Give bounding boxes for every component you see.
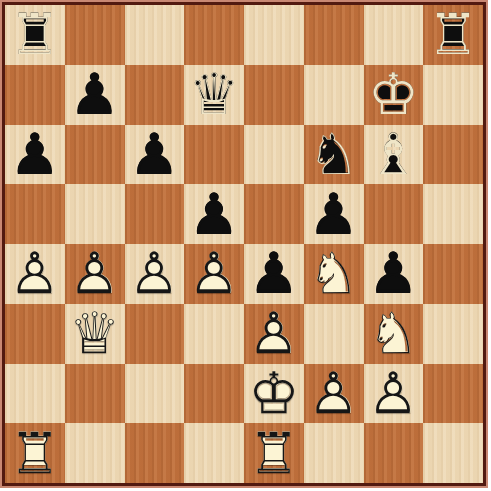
square-d1[interactable]: [184, 423, 244, 483]
square-d8[interactable]: [184, 5, 244, 65]
square-g6[interactable]: ♝♗: [364, 125, 424, 185]
square-b3[interactable]: ♛♕: [65, 304, 125, 364]
square-g3[interactable]: ♞♘: [364, 304, 424, 364]
square-g4[interactable]: ♟♙: [364, 244, 424, 304]
square-e2[interactable]: ♚♔: [244, 364, 304, 424]
square-g7[interactable]: ♚♔: [364, 65, 424, 125]
piece-glyph-line: ♙: [5, 125, 65, 185]
piece-glyph-line: ♖: [5, 423, 65, 483]
piece-white-pawn[interactable]: ♟♙: [65, 244, 125, 304]
square-c8[interactable]: [125, 5, 185, 65]
square-h6[interactable]: [423, 125, 483, 185]
piece-white-king[interactable]: ♚♔: [244, 364, 304, 424]
piece-glyph-line: ♖: [244, 423, 304, 483]
square-d5[interactable]: ♟♙: [184, 184, 244, 244]
square-h4[interactable]: [423, 244, 483, 304]
square-d6[interactable]: [184, 125, 244, 185]
piece-black-king[interactable]: ♚♔: [364, 65, 424, 125]
piece-glyph-line: ♔: [244, 364, 304, 424]
piece-glyph-line: ♙: [364, 244, 424, 304]
piece-glyph-line: ♙: [244, 304, 304, 364]
square-e8[interactable]: [244, 5, 304, 65]
piece-glyph-line: ♙: [65, 244, 125, 304]
square-a7[interactable]: [5, 65, 65, 125]
square-h1[interactable]: [423, 423, 483, 483]
square-h3[interactable]: [423, 304, 483, 364]
square-f6[interactable]: ♞♘: [304, 125, 364, 185]
square-d3[interactable]: [184, 304, 244, 364]
piece-glyph-line: ♕: [65, 304, 125, 364]
piece-black-queen[interactable]: ♛♕: [184, 65, 244, 125]
piece-glyph-line: ♘: [304, 125, 364, 185]
square-a8[interactable]: ♜♖: [5, 5, 65, 65]
square-b8[interactable]: [65, 5, 125, 65]
square-e4[interactable]: ♟♙: [244, 244, 304, 304]
piece-glyph-line: ♙: [125, 125, 185, 185]
square-e5[interactable]: [244, 184, 304, 244]
square-c6[interactable]: ♟♙: [125, 125, 185, 185]
square-c3[interactable]: [125, 304, 185, 364]
square-a3[interactable]: [5, 304, 65, 364]
piece-black-pawn[interactable]: ♟♙: [184, 184, 244, 244]
square-h2[interactable]: [423, 364, 483, 424]
piece-black-pawn[interactable]: ♟♙: [5, 125, 65, 185]
square-a1[interactable]: ♜♖: [5, 423, 65, 483]
piece-white-rook[interactable]: ♜♖: [244, 423, 304, 483]
square-f8[interactable]: [304, 5, 364, 65]
square-g8[interactable]: [364, 5, 424, 65]
piece-black-rook[interactable]: ♜♖: [5, 5, 65, 65]
square-f4[interactable]: ♞♘: [304, 244, 364, 304]
square-b4[interactable]: ♟♙: [65, 244, 125, 304]
square-h5[interactable]: [423, 184, 483, 244]
square-c7[interactable]: [125, 65, 185, 125]
square-g1[interactable]: [364, 423, 424, 483]
piece-white-knight[interactable]: ♞♘: [364, 304, 424, 364]
piece-glyph-line: ♗: [364, 125, 424, 185]
square-e3[interactable]: ♟♙: [244, 304, 304, 364]
piece-glyph-line: ♔: [364, 65, 424, 125]
chess-board: ♜♖♜♖♟♙♛♕♚♔♟♙♟♙♞♘♝♗♟♙♟♙♟♙♟♙♟♙♟♙♟♙♞♘♟♙♛♕♟♙…: [5, 5, 483, 483]
piece-black-pawn[interactable]: ♟♙: [364, 244, 424, 304]
piece-white-pawn[interactable]: ♟♙: [184, 244, 244, 304]
piece-white-pawn[interactable]: ♟♙: [125, 244, 185, 304]
square-b5[interactable]: [65, 184, 125, 244]
piece-glyph-line: ♖: [423, 5, 483, 65]
square-a5[interactable]: [5, 184, 65, 244]
square-c5[interactable]: [125, 184, 185, 244]
piece-black-pawn[interactable]: ♟♙: [244, 244, 304, 304]
square-b7[interactable]: ♟♙: [65, 65, 125, 125]
square-b6[interactable]: [65, 125, 125, 185]
piece-black-pawn[interactable]: ♟♙: [125, 125, 185, 185]
square-d4[interactable]: ♟♙: [184, 244, 244, 304]
square-e7[interactable]: [244, 65, 304, 125]
piece-white-pawn[interactable]: ♟♙: [364, 364, 424, 424]
piece-glyph-line: ♕: [184, 65, 244, 125]
square-d2[interactable]: [184, 364, 244, 424]
piece-glyph-line: ♙: [244, 244, 304, 304]
piece-glyph-line: ♘: [304, 244, 364, 304]
square-f5[interactable]: ♟♙: [304, 184, 364, 244]
square-f7[interactable]: [304, 65, 364, 125]
square-g2[interactable]: ♟♙: [364, 364, 424, 424]
square-a2[interactable]: [5, 364, 65, 424]
piece-black-rook[interactable]: ♜♖: [423, 5, 483, 65]
piece-glyph-line: ♙: [184, 184, 244, 244]
square-f2[interactable]: ♟♙: [304, 364, 364, 424]
square-c1[interactable]: [125, 423, 185, 483]
piece-white-queen[interactable]: ♛♕: [65, 304, 125, 364]
square-f3[interactable]: [304, 304, 364, 364]
piece-white-pawn[interactable]: ♟♙: [5, 244, 65, 304]
piece-white-knight[interactable]: ♞♘: [304, 244, 364, 304]
piece-glyph-line: ♙: [304, 184, 364, 244]
piece-glyph-line: ♙: [65, 65, 125, 125]
piece-white-pawn[interactable]: ♟♙: [244, 304, 304, 364]
piece-glyph-line: ♙: [125, 244, 185, 304]
piece-white-rook[interactable]: ♜♖: [5, 423, 65, 483]
piece-black-knight[interactable]: ♞♘: [304, 125, 364, 185]
piece-glyph-line: ♙: [184, 244, 244, 304]
piece-glyph-line: ♖: [5, 5, 65, 65]
square-f1[interactable]: [304, 423, 364, 483]
piece-glyph-line: ♙: [304, 364, 364, 424]
chess-board-frame: ♜♖♜♖♟♙♛♕♚♔♟♙♟♙♞♘♝♗♟♙♟♙♟♙♟♙♟♙♟♙♟♙♞♘♟♙♛♕♟♙…: [0, 0, 488, 488]
piece-black-pawn[interactable]: ♟♙: [304, 184, 364, 244]
square-h8[interactable]: ♜♖: [423, 5, 483, 65]
square-a6[interactable]: ♟♙: [5, 125, 65, 185]
square-b2[interactable]: [65, 364, 125, 424]
piece-glyph-line: ♘: [364, 304, 424, 364]
piece-black-bishop[interactable]: ♝♗: [364, 125, 424, 185]
square-e6[interactable]: [244, 125, 304, 185]
square-d7[interactable]: ♛♕: [184, 65, 244, 125]
square-h7[interactable]: [423, 65, 483, 125]
piece-glyph-line: ♙: [364, 364, 424, 424]
piece-white-pawn[interactable]: ♟♙: [304, 364, 364, 424]
piece-black-pawn[interactable]: ♟♙: [65, 65, 125, 125]
square-c2[interactable]: [125, 364, 185, 424]
square-a4[interactable]: ♟♙: [5, 244, 65, 304]
square-e1[interactable]: ♜♖: [244, 423, 304, 483]
square-g5[interactable]: [364, 184, 424, 244]
piece-glyph-line: ♙: [5, 244, 65, 304]
square-b1[interactable]: [65, 423, 125, 483]
square-c4[interactable]: ♟♙: [125, 244, 185, 304]
